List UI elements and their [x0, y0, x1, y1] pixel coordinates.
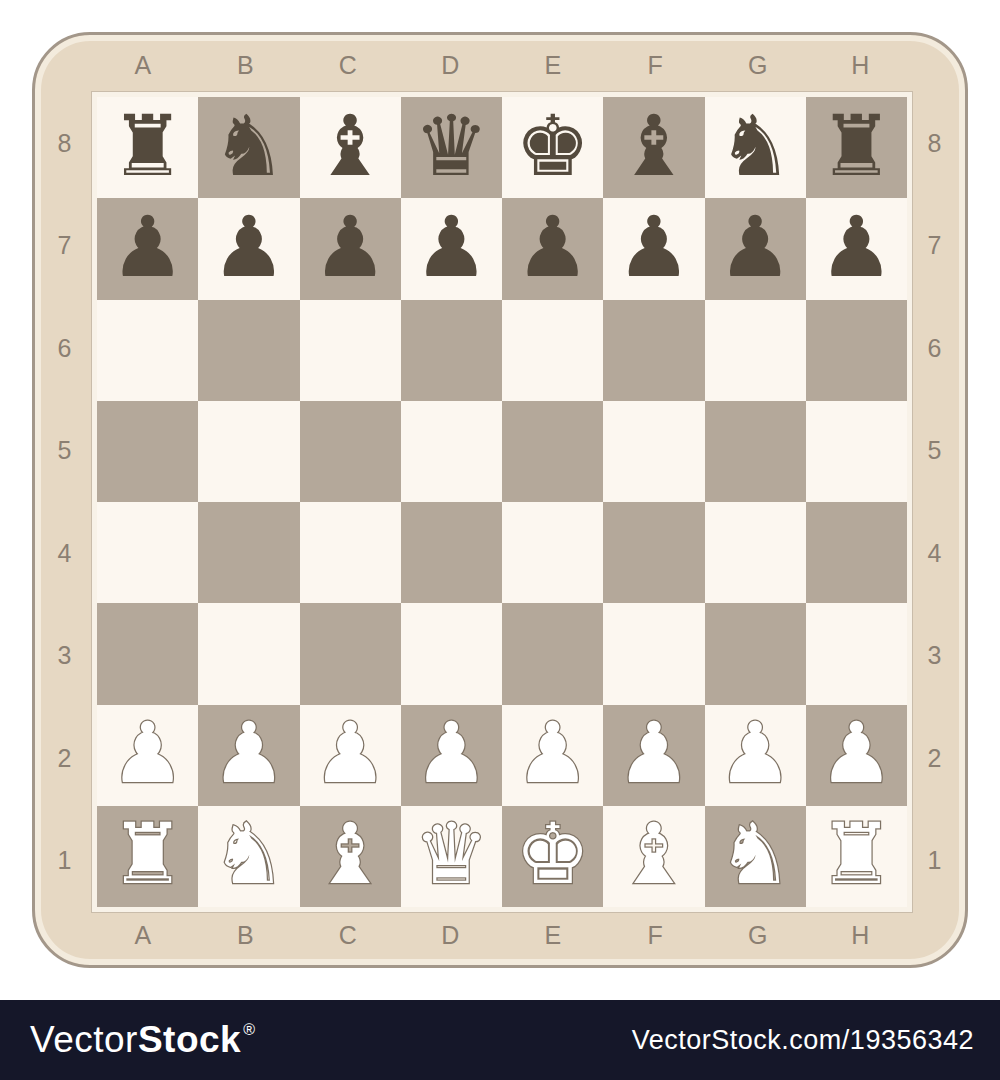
square-d8[interactable]: ♛ — [401, 97, 502, 198]
black-rook: ♜ — [110, 104, 185, 188]
black-pawn: ♟ — [616, 205, 691, 289]
file-label-c-bottom: C — [297, 921, 400, 950]
file-label-c-top: C — [297, 51, 400, 80]
white-pawn: ♟ — [717, 711, 792, 795]
square-g6[interactable] — [705, 300, 806, 401]
white-queen: ♛ — [414, 812, 489, 896]
vectorstock-watermark-bar: VectorStock® VectorStock.com/19356342 — [0, 1000, 1000, 1080]
file-label-g-top: G — [707, 51, 810, 80]
rank-labels-right: 87654321 — [911, 92, 959, 912]
square-e2[interactable]: ♟ — [502, 705, 603, 806]
rank-labels-left: 87654321 — [41, 92, 89, 912]
square-a2[interactable]: ♟ — [97, 705, 198, 806]
black-pawn: ♟ — [110, 205, 185, 289]
black-bishop: ♝ — [616, 104, 691, 188]
square-b3[interactable] — [198, 603, 299, 704]
file-label-b-top: B — [195, 51, 298, 80]
square-f8[interactable]: ♝ — [603, 97, 704, 198]
rank-label-2-left: 2 — [58, 744, 73, 773]
square-d5[interactable] — [401, 401, 502, 502]
file-label-g-bottom: G — [707, 921, 810, 950]
square-g3[interactable] — [705, 603, 806, 704]
rank-label-6-left: 6 — [58, 334, 73, 363]
square-b1[interactable]: ♞ — [198, 806, 299, 907]
square-c5[interactable] — [300, 401, 401, 502]
rank-label-3-left: 3 — [58, 641, 73, 670]
black-pawn: ♟ — [211, 205, 286, 289]
rank-label-1-left: 1 — [58, 846, 73, 875]
file-label-h-top: H — [810, 51, 913, 80]
file-label-d-top: D — [400, 51, 503, 80]
square-a8[interactable]: ♜ — [97, 97, 198, 198]
rank-label-8-left: 8 — [58, 129, 73, 158]
board-grid: ♜♞♝♛♚♝♞♜♟♟♟♟♟♟♟♟♟♟♟♟♟♟♟♟♜♞♝♛♚♝♞♜ — [92, 92, 912, 912]
rank-label-8-right: 8 — [928, 129, 943, 158]
square-b4[interactable] — [198, 502, 299, 603]
rank-label-1-right: 1 — [928, 846, 943, 875]
square-d7[interactable]: ♟ — [401, 198, 502, 299]
square-d6[interactable] — [401, 300, 502, 401]
white-pawn: ♟ — [211, 711, 286, 795]
square-c2[interactable]: ♟ — [300, 705, 401, 806]
square-c7[interactable]: ♟ — [300, 198, 401, 299]
black-pawn: ♟ — [515, 205, 590, 289]
square-b2[interactable]: ♟ — [198, 705, 299, 806]
square-e4[interactable] — [502, 502, 603, 603]
square-b5[interactable] — [198, 401, 299, 502]
square-g2[interactable]: ♟ — [705, 705, 806, 806]
square-f1[interactable]: ♝ — [603, 806, 704, 907]
file-label-a-bottom: A — [92, 921, 195, 950]
square-b8[interactable]: ♞ — [198, 97, 299, 198]
white-pawn: ♟ — [312, 711, 387, 795]
black-knight: ♞ — [717, 104, 792, 188]
rank-label-3-right: 3 — [928, 641, 943, 670]
black-rook: ♜ — [819, 104, 894, 188]
square-a1[interactable]: ♜ — [97, 806, 198, 907]
square-a6[interactable] — [97, 300, 198, 401]
white-bishop: ♝ — [616, 812, 691, 896]
file-label-d-bottom: D — [400, 921, 503, 950]
rank-label-4-right: 4 — [928, 539, 943, 568]
square-e6[interactable] — [502, 300, 603, 401]
square-e8[interactable]: ♚ — [502, 97, 603, 198]
black-knight: ♞ — [211, 104, 286, 188]
square-h6[interactable] — [806, 300, 907, 401]
logo-text-stock: Stock — [138, 1019, 241, 1061]
square-h1[interactable]: ♜ — [806, 806, 907, 907]
file-label-f-top: F — [605, 51, 708, 80]
square-g7[interactable]: ♟ — [705, 198, 806, 299]
black-pawn: ♟ — [819, 205, 894, 289]
white-pawn: ♟ — [616, 711, 691, 795]
square-h5[interactable] — [806, 401, 907, 502]
square-e5[interactable] — [502, 401, 603, 502]
vectorstock-url: VectorStock.com/19356342 — [632, 1025, 974, 1056]
vectorstock-logo: VectorStock® — [30, 1019, 255, 1061]
black-pawn: ♟ — [414, 205, 489, 289]
white-knight: ♞ — [717, 812, 792, 896]
square-g1[interactable]: ♞ — [705, 806, 806, 907]
square-d3[interactable] — [401, 603, 502, 704]
registered-mark: ® — [243, 1021, 255, 1039]
file-label-b-bottom: B — [195, 921, 298, 950]
white-pawn: ♟ — [414, 711, 489, 795]
file-labels-bottom: ABCDEFGH — [92, 913, 912, 957]
square-a3[interactable] — [97, 603, 198, 704]
square-h2[interactable]: ♟ — [806, 705, 907, 806]
square-c4[interactable] — [300, 502, 401, 603]
square-f3[interactable] — [603, 603, 704, 704]
square-d2[interactable]: ♟ — [401, 705, 502, 806]
white-pawn: ♟ — [110, 711, 185, 795]
square-g4[interactable] — [705, 502, 806, 603]
file-label-h-bottom: H — [810, 921, 913, 950]
square-e7[interactable]: ♟ — [502, 198, 603, 299]
file-label-e-top: E — [502, 51, 605, 80]
square-c6[interactable] — [300, 300, 401, 401]
white-rook: ♜ — [819, 812, 894, 896]
white-pawn: ♟ — [819, 711, 894, 795]
square-c8[interactable]: ♝ — [300, 97, 401, 198]
square-a5[interactable] — [97, 401, 198, 502]
square-c3[interactable] — [300, 603, 401, 704]
file-label-a-top: A — [92, 51, 195, 80]
square-a4[interactable] — [97, 502, 198, 603]
square-d4[interactable] — [401, 502, 502, 603]
file-labels-top: ABCDEFGH — [92, 43, 912, 87]
square-f7[interactable]: ♟ — [603, 198, 704, 299]
square-g8[interactable]: ♞ — [705, 97, 806, 198]
square-e3[interactable] — [502, 603, 603, 704]
rank-label-5-left: 5 — [58, 436, 73, 465]
square-d1[interactable]: ♛ — [401, 806, 502, 907]
square-e1[interactable]: ♚ — [502, 806, 603, 907]
square-h3[interactable] — [806, 603, 907, 704]
logo-text-vector: Vector — [30, 1019, 138, 1061]
black-pawn: ♟ — [312, 205, 387, 289]
black-king: ♚ — [515, 104, 590, 188]
file-label-f-bottom: F — [605, 921, 708, 950]
rank-label-5-right: 5 — [928, 436, 943, 465]
black-queen: ♛ — [414, 104, 489, 188]
square-c1[interactable]: ♝ — [300, 806, 401, 907]
square-b7[interactable]: ♟ — [198, 198, 299, 299]
white-knight: ♞ — [211, 812, 286, 896]
square-f6[interactable] — [603, 300, 704, 401]
square-b6[interactable] — [198, 300, 299, 401]
white-bishop: ♝ — [312, 812, 387, 896]
square-a7[interactable]: ♟ — [97, 198, 198, 299]
square-f4[interactable] — [603, 502, 704, 603]
rank-label-2-right: 2 — [928, 744, 943, 773]
square-f2[interactable]: ♟ — [603, 705, 704, 806]
white-rook: ♜ — [110, 812, 185, 896]
white-king: ♚ — [515, 812, 590, 896]
rank-label-7-left: 7 — [58, 231, 73, 260]
black-bishop: ♝ — [312, 104, 387, 188]
rank-label-6-right: 6 — [928, 334, 943, 363]
square-f5[interactable] — [603, 401, 704, 502]
chess-board: ABCDEFGH ABCDEFGH 87654321 87654321 ♜♞♝♛… — [32, 32, 968, 968]
square-g5[interactable] — [705, 401, 806, 502]
rank-label-4-left: 4 — [58, 539, 73, 568]
file-label-e-bottom: E — [502, 921, 605, 950]
rank-label-7-right: 7 — [928, 231, 943, 260]
square-h7[interactable]: ♟ — [806, 198, 907, 299]
black-pawn: ♟ — [717, 205, 792, 289]
white-pawn: ♟ — [515, 711, 590, 795]
square-h4[interactable] — [806, 502, 907, 603]
square-h8[interactable]: ♜ — [806, 97, 907, 198]
